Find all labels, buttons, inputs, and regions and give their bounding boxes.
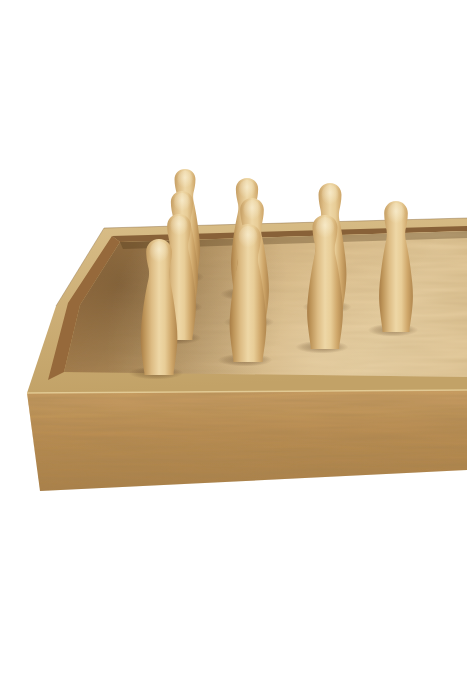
pin-head-highlight <box>174 193 191 212</box>
pin-head-highlight <box>322 185 339 205</box>
pin-head-highlight <box>243 200 261 220</box>
pin-head-highlight <box>239 226 258 248</box>
pin-head-highlight <box>150 241 169 262</box>
skittles-scene <box>0 0 467 700</box>
pin-head-highlight <box>177 171 193 188</box>
pin-head-highlight <box>170 216 188 236</box>
product-photo <box>0 0 467 700</box>
tray-front-face <box>27 390 467 491</box>
pin-head-highlight <box>316 217 335 238</box>
pin-head-highlight <box>239 180 256 199</box>
pin-head-highlight <box>387 203 405 224</box>
